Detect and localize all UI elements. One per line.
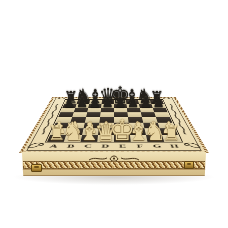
black-pawn: ♟ xyxy=(152,96,164,110)
black-pawn: ♟ xyxy=(89,96,101,110)
chess-set-product-photo[interactable]: ABCDEFGH ♜♞♝♛♚ xyxy=(0,0,228,228)
pieces-layer: ♜♞♝♛♚♝♞♜♟♟♟♟♟♟♟♟♟♟♟♟♟♟♟♟♜♞♝♛♚♝♞♜ xyxy=(0,0,228,228)
black-pawn: ♟ xyxy=(102,96,114,110)
black-pawn: ♟ xyxy=(140,96,152,110)
black-pawn: ♟ xyxy=(127,96,139,110)
black-pawn: ♟ xyxy=(63,96,75,110)
black-pawn: ♟ xyxy=(114,96,126,110)
white-rook: ♜ xyxy=(162,123,180,143)
black-pawn: ♟ xyxy=(76,96,88,110)
